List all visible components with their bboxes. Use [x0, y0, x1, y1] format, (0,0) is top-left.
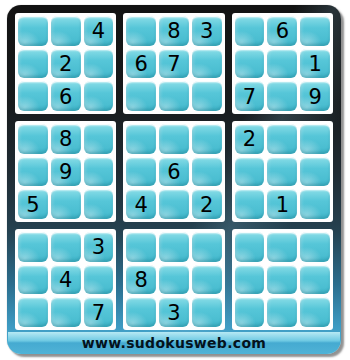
- given-digit: 6: [167, 162, 180, 183]
- cell-r4c9[interactable]: [300, 124, 330, 154]
- cell-r6c9[interactable]: [300, 189, 330, 219]
- cell-r9c2[interactable]: [51, 297, 81, 327]
- cell-r2c2[interactable]: 2: [51, 49, 81, 79]
- cell-r1c9[interactable]: [300, 16, 330, 46]
- cell-r9c1[interactable]: [18, 297, 48, 327]
- cell-r7c4[interactable]: [126, 232, 156, 262]
- box-3-2: 83: [123, 229, 224, 330]
- cell-r4c1[interactable]: [18, 124, 48, 154]
- cell-r8c1[interactable]: [18, 265, 48, 295]
- cell-r6c8[interactable]: 1: [267, 189, 297, 219]
- cell-r9c9[interactable]: [300, 297, 330, 327]
- cell-r5c4[interactable]: [126, 157, 156, 187]
- given-digit: 8: [167, 21, 180, 42]
- cell-r5c8[interactable]: [267, 157, 297, 187]
- box-2-2: 642: [123, 121, 224, 222]
- given-digit: 7: [167, 54, 180, 75]
- box-3-3: [232, 229, 333, 330]
- cell-r8c9[interactable]: [300, 265, 330, 295]
- cell-r6c4[interactable]: 4: [126, 189, 156, 219]
- cell-r9c7[interactable]: [235, 297, 265, 327]
- cell-r3c5[interactable]: [159, 81, 189, 111]
- cell-r1c2[interactable]: [51, 16, 81, 46]
- cell-r3c9[interactable]: 9: [300, 81, 330, 111]
- cell-r5c1[interactable]: [18, 157, 48, 187]
- given-digit: 5: [26, 195, 39, 216]
- cell-r9c6[interactable]: [192, 297, 222, 327]
- cell-r6c7[interactable]: [235, 189, 265, 219]
- cell-r8c2[interactable]: 4: [51, 265, 81, 295]
- box-2-3: 21: [232, 121, 333, 222]
- cell-r8c5[interactable]: [159, 265, 189, 295]
- cell-r3c7[interactable]: 7: [235, 81, 265, 111]
- box-3-1: 347: [15, 229, 116, 330]
- cell-r3c8[interactable]: [267, 81, 297, 111]
- cell-r4c8[interactable]: [267, 124, 297, 154]
- cell-r2c6[interactable]: [192, 49, 222, 79]
- cell-r1c5[interactable]: 8: [159, 16, 189, 46]
- cell-r7c6[interactable]: [192, 232, 222, 262]
- cell-r5c7[interactable]: [235, 157, 265, 187]
- website-url: www.sudokusweb.com: [82, 335, 266, 351]
- cell-r1c6[interactable]: 3: [192, 16, 222, 46]
- cell-r1c1[interactable]: [18, 16, 48, 46]
- cell-r3c6[interactable]: [192, 81, 222, 111]
- cell-r6c1[interactable]: 5: [18, 189, 48, 219]
- given-digit: 8: [135, 270, 148, 291]
- cell-r4c7[interactable]: 2: [235, 124, 265, 154]
- cell-r1c8[interactable]: 6: [267, 16, 297, 46]
- cell-r2c9[interactable]: 1: [300, 49, 330, 79]
- given-digit: 2: [59, 54, 72, 75]
- cell-r3c1[interactable]: [18, 81, 48, 111]
- cell-r7c3[interactable]: 3: [84, 232, 114, 262]
- cell-r3c4[interactable]: [126, 81, 156, 111]
- given-digit: 9: [308, 87, 321, 108]
- given-digit: 4: [59, 270, 72, 291]
- given-digit: 7: [243, 87, 256, 108]
- cell-r7c9[interactable]: [300, 232, 330, 262]
- cell-r5c5[interactable]: 6: [159, 157, 189, 187]
- given-digit: 4: [135, 195, 148, 216]
- cell-r7c2[interactable]: [51, 232, 81, 262]
- cell-r2c4[interactable]: 6: [126, 49, 156, 79]
- cell-r2c1[interactable]: [18, 49, 48, 79]
- cell-r5c3[interactable]: [84, 157, 114, 187]
- cell-r2c3[interactable]: [84, 49, 114, 79]
- given-digit: 1: [308, 54, 321, 75]
- cell-r5c2[interactable]: 9: [51, 157, 81, 187]
- cell-r1c4[interactable]: [126, 16, 156, 46]
- given-digit: 2: [243, 129, 256, 150]
- box-1-1: 426: [15, 13, 116, 114]
- cell-r5c6[interactable]: [192, 157, 222, 187]
- given-digit: 7: [92, 303, 105, 324]
- cell-r1c7[interactable]: [235, 16, 265, 46]
- sudoku-widget: 426836761798956422134783 www.sudokusweb.…: [7, 5, 341, 354]
- cell-r1c3[interactable]: 4: [84, 16, 114, 46]
- cell-r4c2[interactable]: 8: [51, 124, 81, 154]
- cell-r9c4[interactable]: [126, 297, 156, 327]
- cell-r6c2[interactable]: [51, 189, 81, 219]
- given-digit: 4: [92, 21, 105, 42]
- given-digit: 6: [276, 21, 289, 42]
- cell-r8c6[interactable]: [192, 265, 222, 295]
- cell-r6c5[interactable]: [159, 189, 189, 219]
- cell-r2c5[interactable]: 7: [159, 49, 189, 79]
- cell-r2c8[interactable]: [267, 49, 297, 79]
- given-digit: 6: [59, 87, 72, 108]
- sudoku-board: 426836761798956422134783: [15, 13, 333, 330]
- cell-r2c7[interactable]: [235, 49, 265, 79]
- cell-r7c7[interactable]: [235, 232, 265, 262]
- box-1-3: 6179: [232, 13, 333, 114]
- cell-r7c8[interactable]: [267, 232, 297, 262]
- cell-r3c2[interactable]: 6: [51, 81, 81, 111]
- given-digit: 8: [59, 129, 72, 150]
- cell-r9c8[interactable]: [267, 297, 297, 327]
- given-digit: 9: [59, 162, 72, 183]
- cell-r5c9[interactable]: [300, 157, 330, 187]
- cell-r3c3[interactable]: [84, 81, 114, 111]
- footer-bar: www.sudokusweb.com: [8, 332, 340, 353]
- cell-r8c8[interactable]: [267, 265, 297, 295]
- box-2-1: 895: [15, 121, 116, 222]
- cell-r4c6[interactable]: [192, 124, 222, 154]
- given-digit: 6: [135, 54, 148, 75]
- box-1-2: 8367: [123, 13, 224, 114]
- cell-r8c4[interactable]: 8: [126, 265, 156, 295]
- cell-r8c3[interactable]: [84, 265, 114, 295]
- cell-r9c5[interactable]: 3: [159, 297, 189, 327]
- cell-r9c3[interactable]: 7: [84, 297, 114, 327]
- given-digit: 3: [167, 303, 180, 324]
- given-digit: 1: [276, 195, 289, 216]
- cell-r4c4[interactable]: [126, 124, 156, 154]
- given-digit: 3: [200, 21, 213, 42]
- cell-r6c6[interactable]: 2: [192, 189, 222, 219]
- cell-r4c5[interactable]: [159, 124, 189, 154]
- cell-r6c3[interactable]: [84, 189, 114, 219]
- cell-r7c5[interactable]: [159, 232, 189, 262]
- cell-r7c1[interactable]: [18, 232, 48, 262]
- cell-r8c7[interactable]: [235, 265, 265, 295]
- given-digit: 2: [200, 195, 213, 216]
- given-digit: 3: [92, 237, 105, 258]
- cell-r4c3[interactable]: [84, 124, 114, 154]
